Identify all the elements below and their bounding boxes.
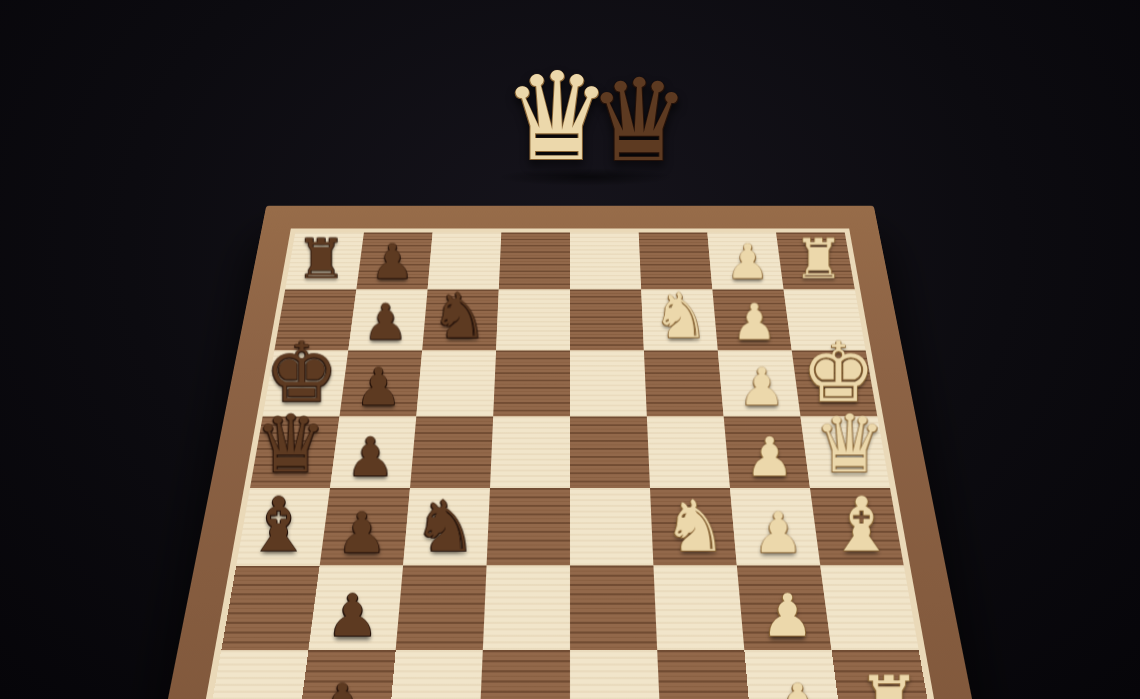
- square-r1c7: ♟: [707, 233, 783, 290]
- square-r3c2: ♟: [339, 351, 422, 417]
- black-knight: ♞: [422, 285, 496, 348]
- square-r5c2: ♟: [320, 488, 410, 566]
- square-r4c1: ♛: [250, 417, 339, 488]
- square-r1c1: ♜: [285, 233, 364, 290]
- black-rook: ♜: [286, 231, 357, 286]
- square-r6c7: ♟: [737, 566, 832, 651]
- white-pawn: ♟: [752, 676, 843, 699]
- white-pawn: ♟: [730, 430, 810, 484]
- square-r7c8: ♜: [832, 650, 936, 699]
- square-r1c8: ♜: [776, 233, 855, 290]
- square-r3c7: ♟: [718, 351, 801, 417]
- white-rook: ♜: [783, 231, 854, 286]
- square-r4c3: [410, 417, 493, 488]
- square-r2c8: [784, 289, 866, 350]
- square-r7c7: ♟: [744, 650, 843, 699]
- white-knight: ♞: [644, 285, 718, 348]
- board-scene: ♜♟♟♜♟♞♞♟♚♟♟♚♛♟♟♛♝♟♞♞♟♝♟♟♟♟♜♜♟♟: [0, 0, 1140, 699]
- square-r7c1: [205, 650, 309, 699]
- white-bishop: ♝: [820, 487, 903, 562]
- square-r2c7: ♟: [712, 289, 791, 350]
- white-pawn: ♟: [712, 239, 783, 287]
- square-r2c4: [496, 289, 570, 350]
- square-r3c1: ♚: [263, 351, 349, 417]
- black-queen: ♛: [251, 404, 331, 484]
- square-r6c6: [653, 566, 744, 651]
- square-r4c5: [570, 417, 650, 488]
- white-rook: ♜: [843, 667, 934, 699]
- black-pawn: ♟: [340, 361, 417, 413]
- square-r2c3: ♞: [422, 289, 499, 350]
- black-knight: ♞: [403, 491, 486, 562]
- white-knight: ♞: [653, 491, 736, 562]
- square-r7c2: ♟: [296, 650, 395, 699]
- square-r2c1: [274, 289, 356, 350]
- square-r1c4: [499, 233, 570, 290]
- square-r1c5: [570, 233, 641, 290]
- black-pawn: ♟: [330, 430, 410, 484]
- square-r3c8: ♚: [792, 351, 878, 417]
- square-r3c3: [416, 351, 496, 417]
- board-perspective-wrap: ♜♟♟♜♟♞♞♟♚♟♟♚♛♟♟♛♝♟♞♞♟♝♟♟♟♟♜♜♟♟: [128, 206, 1012, 699]
- white-queen: ♛: [810, 404, 890, 484]
- square-r5c8: ♝: [810, 488, 904, 566]
- chess-board: ♜♟♟♜♟♞♞♟♚♟♟♚♛♟♟♛♝♟♞♞♟♝♟♟♟♟♜♜♟♟: [187, 233, 953, 699]
- square-r6c8: [820, 566, 918, 651]
- square-r4c8: ♛: [801, 417, 890, 488]
- square-r5c4: [487, 488, 570, 566]
- square-r2c2: ♟: [348, 289, 427, 350]
- black-pawn: ♟: [349, 298, 423, 348]
- square-r5c5: [570, 488, 653, 566]
- square-r6c3: [396, 566, 487, 651]
- square-r2c6: ♞: [641, 289, 718, 350]
- black-pawn: ♟: [320, 505, 403, 561]
- square-r4c4: [490, 417, 570, 488]
- square-r5c1: ♝: [236, 488, 330, 566]
- board-maple-strip: ♜♟♟♜♟♞♞♟♚♟♟♚♛♟♟♛♝♟♞♞♟♝♟♟♟♟♜♜♟♟: [178, 229, 961, 699]
- white-pawn: ♟: [737, 505, 820, 561]
- square-r3c5: [570, 351, 647, 417]
- square-r7c4: [479, 650, 570, 699]
- square-r6c4: [483, 566, 570, 651]
- board-frame: ♜♟♟♜♟♞♞♟♚♟♟♚♛♟♟♛♝♟♞♞♟♝♟♟♟♟♜♜♟♟: [128, 206, 1012, 699]
- square-r7c5: [570, 650, 661, 699]
- square-r5c6: ♞: [650, 488, 737, 566]
- black-bishop: ♝: [237, 487, 320, 562]
- square-r4c6: [647, 417, 730, 488]
- black-pawn: ♟: [297, 676, 388, 699]
- square-r6c1: [221, 566, 319, 651]
- square-r2c5: [570, 289, 644, 350]
- square-r1c6: [639, 233, 713, 290]
- square-r1c2: ♟: [356, 233, 432, 290]
- square-r6c5: [570, 566, 657, 651]
- square-r5c3: ♞: [403, 488, 490, 566]
- square-r1c3: [428, 233, 502, 290]
- black-pawn: ♟: [309, 587, 396, 646]
- square-r3c6: [644, 351, 724, 417]
- square-r4c2: ♟: [330, 417, 416, 488]
- white-pawn: ♟: [744, 587, 831, 646]
- square-r6c2: ♟: [308, 566, 403, 651]
- square-r7c6: [657, 650, 752, 699]
- square-r7c3: [387, 650, 482, 699]
- black-pawn: ♟: [357, 239, 428, 287]
- white-pawn: ♟: [718, 298, 792, 348]
- square-r3c4: [493, 351, 570, 417]
- white-pawn: ♟: [723, 361, 800, 413]
- square-r5c7: ♟: [730, 488, 820, 566]
- square-r4c7: ♟: [724, 417, 810, 488]
